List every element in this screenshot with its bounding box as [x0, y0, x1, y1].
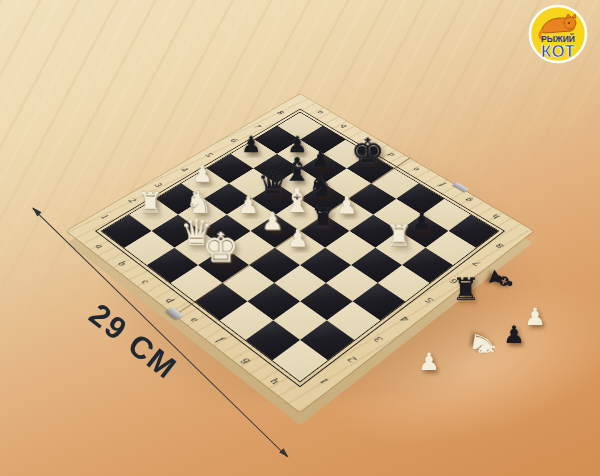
piece-white-pawn: ♟ [192, 164, 213, 185]
piece-black-pawn: ♟ [411, 211, 433, 233]
off-board-white-knight-lying: ♞ [466, 328, 501, 361]
piece-white-pawn: ♟ [238, 194, 259, 216]
piece-white-bishop: ♝ [282, 185, 312, 216]
piece-white-rook: ♜ [138, 190, 164, 216]
piece-black-rook: ♜ [309, 206, 335, 233]
piece-black-king: ♚ [351, 135, 385, 170]
off-board-black-pawn-standing: ♟ [503, 323, 525, 347]
off-board-white-pawn-standing: ♟ [524, 305, 546, 329]
brand-name-line2: КОТ [541, 42, 576, 61]
piece-black-pawn: ♟ [241, 135, 261, 156]
brand-logo: РЫЖИЙ КОТ [528, 4, 588, 64]
piece-white-pawn: ♟ [336, 194, 357, 216]
piece-black-knight: ♞ [308, 173, 335, 201]
piece-white-rook: ♜ [385, 222, 411, 249]
product-photo-stage: abcdefgh abcdefgh 87654321 87654321 ♚♟♟♟… [0, 0, 600, 476]
piece-white-king: ♚ [202, 229, 239, 267]
off-board-white-pawn-standing: ♟ [418, 350, 440, 374]
off-board-black-rook-standing: ♜ [452, 274, 480, 305]
piece-black-pawn: ♟ [311, 149, 331, 170]
piece-white-pawn: ♟ [287, 227, 309, 249]
board-scene: abcdefgh abcdefgh 87654321 87654321 ♚♟♟♟… [133, 64, 467, 398]
piece-white-pawn: ♟ [262, 211, 284, 233]
